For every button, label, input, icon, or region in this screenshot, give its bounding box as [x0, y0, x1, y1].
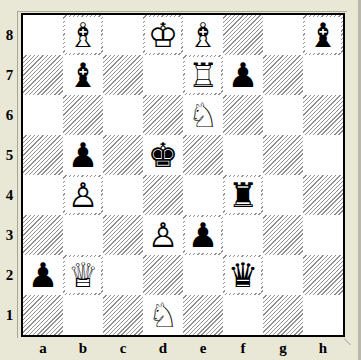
square-e2[interactable]: [183, 255, 223, 295]
square-a3[interactable]: [23, 215, 63, 255]
square-g1[interactable]: [263, 295, 303, 335]
square-d7[interactable]: [143, 55, 183, 95]
square-e5[interactable]: [183, 135, 223, 175]
square-a8[interactable]: [23, 15, 63, 55]
diagram-panel: ♗♔♗♝♝♖♟♘♟♚♙♜♙♟♟♕♛♘ 87654321 abcdefgh: [0, 0, 361, 360]
square-a4[interactable]: [23, 175, 63, 215]
rank-label-5: 5: [2, 135, 17, 175]
square-c4[interactable]: [103, 175, 143, 215]
square-b8[interactable]: ♗: [63, 15, 103, 55]
file-label-d: d: [143, 339, 183, 357]
square-c2[interactable]: [103, 255, 143, 295]
square-g8[interactable]: [263, 15, 303, 55]
square-e6[interactable]: ♘: [183, 95, 223, 135]
square-b5[interactable]: ♟: [63, 135, 103, 175]
black-bishop: ♝: [305, 17, 341, 53]
file-label-a: a: [23, 339, 63, 357]
frame-corner-shadow: [344, 338, 351, 345]
square-e8[interactable]: ♗: [183, 15, 223, 55]
rank-label-1: 1: [2, 295, 17, 335]
black-king: ♚: [145, 137, 181, 173]
square-a7[interactable]: [23, 55, 63, 95]
square-g7[interactable]: [263, 55, 303, 95]
square-d1[interactable]: ♘: [143, 295, 183, 335]
square-g5[interactable]: [263, 135, 303, 175]
square-b3[interactable]: [63, 215, 103, 255]
rank-label-4: 4: [2, 175, 17, 215]
square-b6[interactable]: [63, 95, 103, 135]
square-b1[interactable]: [63, 295, 103, 335]
square-a2[interactable]: ♟: [23, 255, 63, 295]
square-h5[interactable]: [303, 135, 343, 175]
file-label-h: h: [303, 339, 343, 357]
square-d8[interactable]: ♔: [143, 15, 183, 55]
square-b2[interactable]: ♕: [63, 255, 103, 295]
square-f8[interactable]: [223, 15, 263, 55]
square-a1[interactable]: [23, 295, 63, 335]
black-rook: ♜: [225, 177, 261, 213]
square-f3[interactable]: [223, 215, 263, 255]
square-c5[interactable]: [103, 135, 143, 175]
square-a5[interactable]: [23, 135, 63, 175]
file-label-f: f: [223, 339, 263, 357]
white-pawn: ♙: [65, 177, 101, 213]
square-h6[interactable]: [303, 95, 343, 135]
square-d4[interactable]: [143, 175, 183, 215]
square-b4[interactable]: ♙: [63, 175, 103, 215]
black-queen: ♛: [225, 257, 261, 293]
white-pawn: ♙: [145, 217, 181, 253]
frame-line-top: [17, 11, 347, 12]
square-g6[interactable]: [263, 95, 303, 135]
rank-label-3: 3: [2, 215, 17, 255]
black-pawn: ♟: [185, 217, 221, 253]
white-bishop: ♗: [65, 17, 101, 53]
square-e7[interactable]: ♖: [183, 55, 223, 95]
white-king: ♔: [145, 17, 181, 53]
square-f6[interactable]: [223, 95, 263, 135]
file-label-c: c: [103, 339, 143, 357]
file-label-e: e: [183, 339, 223, 357]
square-e4[interactable]: [183, 175, 223, 215]
black-pawn: ♟: [25, 257, 61, 293]
rank-label-6: 6: [2, 95, 17, 135]
square-f7[interactable]: ♟: [223, 55, 263, 95]
square-h2[interactable]: [303, 255, 343, 295]
black-pawn: ♟: [65, 137, 101, 173]
black-pawn: ♟: [225, 57, 261, 93]
white-knight: ♘: [185, 97, 221, 133]
square-h4[interactable]: [303, 175, 343, 215]
square-g3[interactable]: [263, 215, 303, 255]
square-a6[interactable]: [23, 95, 63, 135]
square-h3[interactable]: [303, 215, 343, 255]
rank-label-7: 7: [2, 55, 17, 95]
square-c8[interactable]: [103, 15, 143, 55]
white-bishop: ♗: [185, 17, 221, 53]
white-queen: ♕: [65, 257, 101, 293]
square-h8[interactable]: ♝: [303, 15, 343, 55]
square-d6[interactable]: [143, 95, 183, 135]
square-d5[interactable]: ♚: [143, 135, 183, 175]
chess-board: ♗♔♗♝♝♖♟♘♟♚♙♜♙♟♟♕♛♘: [21, 13, 345, 337]
square-g2[interactable]: [263, 255, 303, 295]
square-g4[interactable]: [263, 175, 303, 215]
square-f2[interactable]: ♛: [223, 255, 263, 295]
square-c7[interactable]: [103, 55, 143, 95]
white-rook: ♖: [185, 57, 221, 93]
square-f1[interactable]: [223, 295, 263, 335]
frame-line-left: [17, 11, 18, 338]
square-f5[interactable]: [223, 135, 263, 175]
square-f4[interactable]: ♜: [223, 175, 263, 215]
square-c3[interactable]: [103, 215, 143, 255]
square-e3[interactable]: ♟: [183, 215, 223, 255]
square-h1[interactable]: [303, 295, 343, 335]
square-b7[interactable]: ♝: [63, 55, 103, 95]
square-c6[interactable]: [103, 95, 143, 135]
white-knight: ♘: [145, 297, 181, 333]
rank-label-8: 8: [2, 15, 17, 55]
black-bishop: ♝: [65, 57, 101, 93]
square-d2[interactable]: [143, 255, 183, 295]
square-d3[interactable]: ♙: [143, 215, 183, 255]
square-h7[interactable]: [303, 55, 343, 95]
square-c1[interactable]: [103, 295, 143, 335]
square-e1[interactable]: [183, 295, 223, 335]
file-label-g: g: [263, 339, 303, 357]
file-label-b: b: [63, 339, 103, 357]
rank-label-2: 2: [2, 255, 17, 295]
